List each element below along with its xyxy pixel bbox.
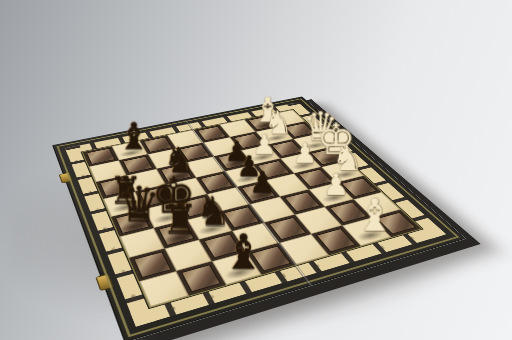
square-a6: [120, 228, 165, 258]
square-a7: [129, 249, 176, 282]
square-f7: [295, 207, 342, 234]
square-c7: [199, 231, 246, 261]
square-c6: [187, 212, 232, 240]
square-e6: [250, 197, 295, 223]
square-g7: [325, 199, 372, 225]
brass-hinge-icon: [59, 172, 73, 183]
square-f6: [280, 190, 325, 215]
square-e7: [264, 215, 311, 243]
square-c5: [176, 194, 219, 220]
photo-scene: abcdefgh12345678 ♝♝♞♞♟♟♛♜♟♟♚♛♚♟♞♜♞♟♝♝: [0, 0, 512, 340]
square-d7: [232, 223, 279, 252]
